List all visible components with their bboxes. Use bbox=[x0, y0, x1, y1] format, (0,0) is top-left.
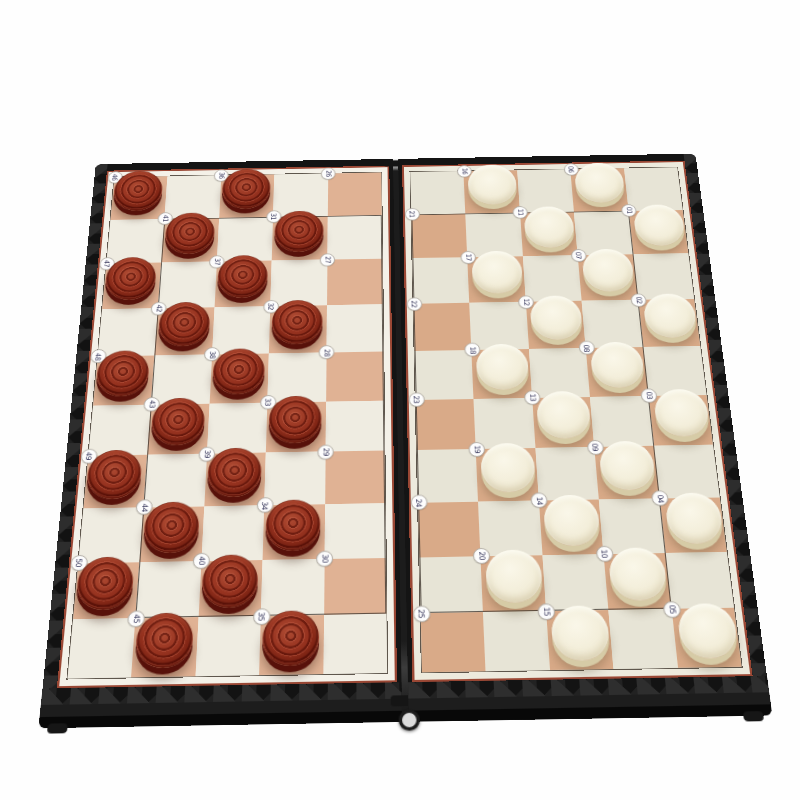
square-44[interactable]: 44 bbox=[140, 506, 204, 562]
white-man[interactable] bbox=[574, 162, 626, 202]
board-grid-right: 1606211101170722120218082313031909241404… bbox=[409, 167, 742, 674]
white-man[interactable] bbox=[471, 251, 523, 294]
square-light-r9c2[interactable] bbox=[136, 561, 202, 619]
square-number-badge: 03 bbox=[640, 388, 657, 403]
square-49[interactable]: 49 bbox=[84, 455, 148, 509]
square-46[interactable]: 46 bbox=[111, 176, 168, 219]
square-24[interactable]: 24 bbox=[418, 502, 481, 557]
square-light-r10c3[interactable] bbox=[195, 616, 261, 676]
white-man[interactable] bbox=[653, 389, 711, 437]
square-31[interactable]: 31 bbox=[272, 216, 328, 261]
white-man[interactable] bbox=[529, 295, 583, 340]
square-11[interactable]: 11 bbox=[520, 212, 578, 257]
white-man[interactable] bbox=[475, 343, 529, 389]
square-number-badge: 27 bbox=[320, 253, 335, 266]
square-27[interactable]: 27 bbox=[327, 259, 383, 305]
white-man[interactable] bbox=[608, 548, 669, 602]
square-number-badge: 29 bbox=[317, 444, 333, 459]
square-light-r4c3[interactable] bbox=[212, 306, 271, 354]
square-number-badge: 02 bbox=[630, 293, 647, 307]
square-light-r6c7[interactable] bbox=[474, 398, 535, 450]
board-grid-left: 4636264131473727423248382843334939294434… bbox=[66, 172, 388, 680]
frame-foot bbox=[743, 711, 764, 721]
red-man[interactable] bbox=[212, 348, 265, 395]
square-45[interactable]: 45 bbox=[131, 617, 198, 677]
square-light-r4c7[interactable] bbox=[470, 302, 529, 350]
square-number-badge: 09 bbox=[586, 440, 604, 455]
square-light-r7c4[interactable] bbox=[264, 452, 325, 505]
square-light-r9c10[interactable] bbox=[665, 552, 734, 610]
square-number-badge: 14 bbox=[531, 493, 549, 509]
white-man[interactable] bbox=[676, 603, 739, 659]
red-man[interactable] bbox=[262, 610, 320, 666]
square-30[interactable]: 30 bbox=[324, 558, 387, 616]
square-39[interactable]: 39 bbox=[204, 453, 266, 507]
square-number-badge: 23 bbox=[408, 392, 424, 407]
white-man[interactable] bbox=[590, 341, 646, 387]
square-number-badge: 26 bbox=[321, 167, 336, 179]
square-33[interactable]: 33 bbox=[266, 401, 326, 453]
white-man[interactable] bbox=[642, 293, 698, 338]
square-32[interactable]: 32 bbox=[269, 305, 327, 353]
square-42[interactable]: 42 bbox=[155, 307, 215, 355]
square-light-r7c6[interactable] bbox=[417, 449, 479, 502]
square-light-r8c7[interactable] bbox=[478, 500, 542, 555]
square-05[interactable]: 05 bbox=[671, 608, 741, 668]
board-sheet-left: 4636264131473727423248382843334939294434… bbox=[57, 166, 397, 689]
board-half-right: 1606211101170722120218082313031909241404… bbox=[398, 154, 772, 722]
square-light-r10c7[interactable] bbox=[483, 611, 550, 671]
square-04[interactable]: 04 bbox=[659, 497, 726, 552]
white-man[interactable] bbox=[467, 164, 517, 204]
square-number-badge: 28 bbox=[319, 345, 335, 359]
square-35[interactable]: 35 bbox=[259, 615, 323, 675]
square-number-badge: 10 bbox=[595, 546, 613, 562]
square-light-r2c5[interactable] bbox=[327, 215, 382, 260]
board-half-left: 4636264131473727423248382843334939294434… bbox=[39, 159, 403, 728]
square-number-badge: 20 bbox=[473, 548, 491, 564]
square-02[interactable]: 02 bbox=[638, 299, 700, 347]
square-number-badge: 30 bbox=[316, 551, 333, 567]
square-50[interactable]: 50 bbox=[73, 562, 140, 620]
red-man[interactable] bbox=[269, 396, 322, 444]
product-photo-scene: 4636264131473727423248382843334939294434… bbox=[0, 0, 800, 800]
white-man[interactable] bbox=[664, 492, 724, 544]
square-light-r5c2[interactable] bbox=[151, 354, 212, 404]
square-41[interactable]: 41 bbox=[162, 218, 219, 263]
square-light-r10c1[interactable] bbox=[68, 618, 136, 678]
square-light-r6c1[interactable] bbox=[88, 404, 151, 456]
white-man[interactable] bbox=[480, 443, 536, 493]
square-number-badge: 15 bbox=[538, 603, 556, 620]
square-number-badge: 24 bbox=[410, 495, 427, 511]
square-number-badge: 22 bbox=[406, 297, 422, 311]
white-man[interactable] bbox=[632, 204, 686, 246]
square-37[interactable]: 37 bbox=[214, 261, 271, 307]
square-38[interactable]: 38 bbox=[209, 353, 269, 403]
white-man[interactable] bbox=[599, 441, 657, 491]
square-48[interactable]: 48 bbox=[93, 355, 155, 405]
red-man[interactable] bbox=[272, 300, 323, 345]
square-14[interactable]: 14 bbox=[539, 499, 604, 554]
square-number-badge: 21 bbox=[404, 208, 419, 221]
square-light-r8c3[interactable] bbox=[201, 505, 264, 561]
red-man[interactable] bbox=[265, 499, 320, 551]
square-18[interactable]: 18 bbox=[472, 349, 532, 399]
square-03[interactable]: 03 bbox=[648, 395, 713, 446]
square-19[interactable]: 19 bbox=[476, 448, 539, 501]
frame-bottom-wall-right bbox=[408, 676, 772, 722]
square-light-r3c6[interactable] bbox=[412, 257, 469, 303]
square-15[interactable]: 15 bbox=[546, 610, 614, 670]
square-light-r5c10[interactable] bbox=[643, 346, 706, 396]
square-light-r10c9[interactable] bbox=[609, 609, 678, 669]
square-light-r5c8[interactable] bbox=[529, 348, 590, 398]
square-08[interactable]: 08 bbox=[586, 347, 648, 397]
square-28[interactable]: 28 bbox=[326, 351, 384, 401]
square-light-r5c6[interactable] bbox=[415, 350, 474, 400]
square-10[interactable]: 10 bbox=[604, 553, 672, 611]
square-25[interactable]: 25 bbox=[421, 612, 486, 672]
square-13[interactable]: 13 bbox=[532, 397, 594, 448]
white-man[interactable] bbox=[543, 494, 601, 546]
square-light-r6c3[interactable] bbox=[207, 402, 268, 454]
square-light-r10c5[interactable] bbox=[323, 614, 387, 674]
square-light-r8c9[interactable] bbox=[599, 498, 665, 553]
square-light-r9c4[interactable] bbox=[261, 559, 324, 617]
square-light-r8c1[interactable] bbox=[78, 507, 143, 563]
square-07[interactable]: 07 bbox=[578, 255, 638, 301]
square-34[interactable]: 34 bbox=[263, 504, 325, 560]
square-29[interactable]: 29 bbox=[325, 451, 385, 504]
square-light-r4c9[interactable] bbox=[582, 300, 643, 348]
red-man[interactable] bbox=[274, 210, 324, 252]
square-light-r1c6[interactable] bbox=[410, 171, 465, 214]
square-light-r4c5[interactable] bbox=[326, 304, 383, 352]
white-man[interactable] bbox=[536, 391, 592, 439]
square-16[interactable]: 16 bbox=[464, 170, 520, 213]
white-man[interactable] bbox=[550, 605, 611, 661]
square-22[interactable]: 22 bbox=[413, 303, 471, 351]
frame-bottom-wall-left bbox=[39, 682, 403, 728]
square-number-badge: 25 bbox=[412, 605, 430, 622]
red-man[interactable] bbox=[207, 447, 262, 497]
square-light-r7c2[interactable] bbox=[144, 454, 207, 508]
square-number-badge: 13 bbox=[524, 390, 541, 405]
square-36[interactable]: 36 bbox=[219, 174, 275, 217]
square-09[interactable]: 09 bbox=[594, 446, 659, 499]
square-20[interactable]: 20 bbox=[481, 555, 546, 613]
square-light-r9c8[interactable] bbox=[542, 554, 608, 612]
square-43[interactable]: 43 bbox=[148, 403, 210, 455]
white-man[interactable] bbox=[582, 249, 636, 292]
square-number-badge: 19 bbox=[468, 442, 485, 457]
square-light-r6c5[interactable] bbox=[325, 400, 384, 452]
square-06[interactable]: 06 bbox=[570, 168, 628, 211]
square-number-badge: 07 bbox=[570, 249, 586, 262]
square-17[interactable]: 17 bbox=[468, 256, 526, 302]
square-01[interactable]: 01 bbox=[628, 210, 688, 255]
square-number-badge: 08 bbox=[578, 341, 595, 355]
square-47[interactable]: 47 bbox=[102, 263, 161, 309]
square-light-r4c1[interactable] bbox=[98, 308, 159, 356]
square-light-r7c8[interactable] bbox=[535, 447, 599, 500]
square-26[interactable]: 26 bbox=[327, 173, 381, 216]
square-23[interactable]: 23 bbox=[416, 399, 476, 451]
square-21[interactable]: 21 bbox=[411, 214, 467, 259]
red-man[interactable] bbox=[221, 168, 271, 209]
square-light-r7c10[interactable] bbox=[654, 445, 720, 498]
square-light-r5c4[interactable] bbox=[268, 352, 327, 402]
square-40[interactable]: 40 bbox=[198, 560, 262, 618]
square-light-r8c5[interactable] bbox=[324, 503, 385, 558]
white-man[interactable] bbox=[523, 206, 575, 248]
square-number-badge: 01 bbox=[621, 204, 637, 217]
square-light-r6c9[interactable] bbox=[590, 396, 654, 447]
folding-draughts-set: 4636264131473727423248382843334939294434… bbox=[39, 154, 773, 729]
square-12[interactable]: 12 bbox=[526, 301, 586, 349]
red-man[interactable] bbox=[217, 255, 268, 298]
square-light-r9c6[interactable] bbox=[419, 556, 483, 614]
white-man[interactable] bbox=[485, 550, 543, 604]
